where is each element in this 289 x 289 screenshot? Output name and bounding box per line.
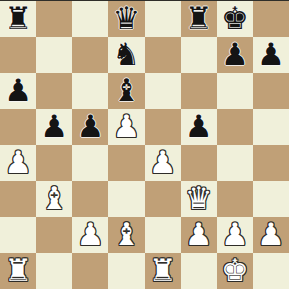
- square-d5[interactable]: ♟: [108, 109, 144, 145]
- black-pawn-g7[interactable]: ♟: [221, 39, 249, 70]
- square-e6[interactable]: [145, 73, 181, 109]
- square-e5[interactable]: [145, 109, 181, 145]
- white-bishop-d2[interactable]: ♝: [113, 219, 141, 250]
- square-c3[interactable]: [72, 181, 108, 217]
- square-b7[interactable]: [36, 37, 72, 73]
- square-a2[interactable]: [0, 217, 36, 253]
- white-pawn-f2[interactable]: ♟: [185, 219, 213, 250]
- square-h5[interactable]: [253, 109, 289, 145]
- square-c6[interactable]: [72, 73, 108, 109]
- white-bishop-b3[interactable]: ♝: [40, 183, 68, 214]
- square-g7[interactable]: ♟: [217, 37, 253, 73]
- black-pawn-c5[interactable]: ♟: [76, 111, 104, 142]
- square-a1[interactable]: ♜: [0, 253, 36, 289]
- square-b8[interactable]: [36, 1, 72, 37]
- black-rook-a8[interactable]: ♜: [4, 3, 32, 34]
- square-a3[interactable]: [0, 181, 36, 217]
- square-h4[interactable]: [253, 145, 289, 181]
- square-g1[interactable]: ♚: [217, 253, 253, 289]
- square-c5[interactable]: ♟: [72, 109, 108, 145]
- square-e8[interactable]: [145, 1, 181, 37]
- square-h2[interactable]: ♟: [253, 217, 289, 253]
- square-f2[interactable]: ♟: [181, 217, 217, 253]
- square-g3[interactable]: [217, 181, 253, 217]
- white-pawn-h2[interactable]: ♟: [257, 219, 285, 250]
- white-rook-a1[interactable]: ♜: [4, 255, 32, 286]
- square-d4[interactable]: [108, 145, 144, 181]
- square-d8[interactable]: ♛: [108, 1, 144, 37]
- black-pawn-f5[interactable]: ♟: [185, 111, 213, 142]
- black-rook-f8[interactable]: ♜: [185, 3, 213, 34]
- square-c1[interactable]: [72, 253, 108, 289]
- square-f5[interactable]: ♟: [181, 109, 217, 145]
- black-king-g8[interactable]: ♚: [221, 3, 249, 34]
- square-h1[interactable]: [253, 253, 289, 289]
- square-h6[interactable]: [253, 73, 289, 109]
- square-h3[interactable]: [253, 181, 289, 217]
- black-pawn-b5[interactable]: ♟: [40, 111, 68, 142]
- square-b2[interactable]: [36, 217, 72, 253]
- black-queen-d8[interactable]: ♛: [113, 3, 141, 34]
- square-a4[interactable]: ♟: [0, 145, 36, 181]
- black-pawn-h7[interactable]: ♟: [257, 39, 285, 70]
- square-f1[interactable]: [181, 253, 217, 289]
- square-a5[interactable]: [0, 109, 36, 145]
- square-f8[interactable]: ♜: [181, 1, 217, 37]
- square-b5[interactable]: ♟: [36, 109, 72, 145]
- square-e3[interactable]: [145, 181, 181, 217]
- square-b6[interactable]: [36, 73, 72, 109]
- square-g5[interactable]: [217, 109, 253, 145]
- square-a8[interactable]: ♜: [0, 1, 36, 37]
- white-pawn-e4[interactable]: ♟: [149, 147, 177, 178]
- square-g6[interactable]: [217, 73, 253, 109]
- chess-board: ♜♛♜♚♞♟♟♟♝♟♟♟♟♟♟♝♛♟♝♟♟♟♜♜♚: [0, 1, 289, 289]
- square-d2[interactable]: ♝: [108, 217, 144, 253]
- square-g8[interactable]: ♚: [217, 1, 253, 37]
- square-e2[interactable]: [145, 217, 181, 253]
- square-d7[interactable]: ♞: [108, 37, 144, 73]
- black-knight-d7[interactable]: ♞: [113, 39, 141, 70]
- white-pawn-c2[interactable]: ♟: [76, 219, 104, 250]
- white-king-g1[interactable]: ♚: [221, 255, 249, 286]
- square-h8[interactable]: [253, 1, 289, 37]
- white-pawn-a4[interactable]: ♟: [4, 147, 32, 178]
- square-h7[interactable]: ♟: [253, 37, 289, 73]
- square-f6[interactable]: [181, 73, 217, 109]
- square-e7[interactable]: [145, 37, 181, 73]
- square-c8[interactable]: [72, 1, 108, 37]
- square-d6[interactable]: ♝: [108, 73, 144, 109]
- square-c4[interactable]: [72, 145, 108, 181]
- square-a7[interactable]: [0, 37, 36, 73]
- white-rook-e1[interactable]: ♜: [149, 255, 177, 286]
- square-f4[interactable]: [181, 145, 217, 181]
- white-pawn-g2[interactable]: ♟: [221, 219, 249, 250]
- square-e4[interactable]: ♟: [145, 145, 181, 181]
- white-pawn-d5[interactable]: ♟: [113, 111, 141, 142]
- square-b4[interactable]: [36, 145, 72, 181]
- square-b3[interactable]: ♝: [36, 181, 72, 217]
- square-e1[interactable]: ♜: [145, 253, 181, 289]
- square-g4[interactable]: [217, 145, 253, 181]
- square-f7[interactable]: [181, 37, 217, 73]
- black-bishop-d6[interactable]: ♝: [113, 75, 141, 106]
- white-queen-f3[interactable]: ♛: [185, 183, 213, 214]
- square-b1[interactable]: [36, 253, 72, 289]
- square-d3[interactable]: [108, 181, 144, 217]
- square-d1[interactable]: [108, 253, 144, 289]
- square-g2[interactable]: ♟: [217, 217, 253, 253]
- square-c2[interactable]: ♟: [72, 217, 108, 253]
- black-pawn-a6[interactable]: ♟: [4, 75, 32, 106]
- square-a6[interactable]: ♟: [0, 73, 36, 109]
- square-f3[interactable]: ♛: [181, 181, 217, 217]
- chess-board-frame: ♜♛♜♚♞♟♟♟♝♟♟♟♟♟♟♝♛♟♝♟♟♟♜♜♚: [0, 0, 289, 289]
- square-c7[interactable]: [72, 37, 108, 73]
